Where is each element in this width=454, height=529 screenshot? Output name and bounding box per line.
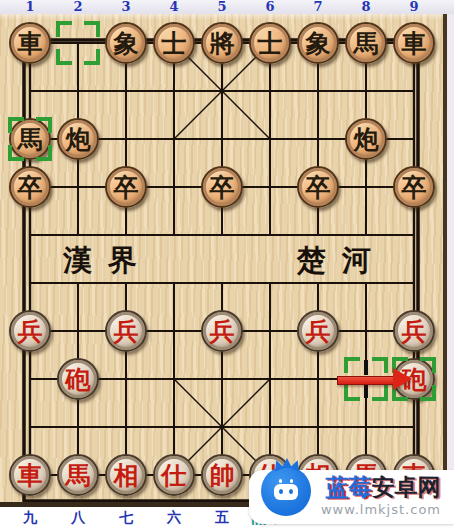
river-label-right: 楚河 (242, 241, 442, 281)
red-piece-相[interactable]: 相 (105, 454, 147, 496)
black-piece-炮[interactable]: 炮 (345, 118, 387, 160)
red-piece-帥[interactable]: 帥 (201, 454, 243, 496)
watermark-site-name: 蓝莓安卓网 (315, 474, 451, 500)
move-arrow (337, 368, 413, 390)
red-piece-砲[interactable]: 砲 (57, 358, 99, 400)
top-file-label: 6 (265, 0, 274, 14)
move-arrow-shaft (337, 376, 396, 385)
red-piece-馬[interactable]: 馬 (57, 454, 99, 496)
black-piece-卒[interactable]: 卒 (201, 166, 243, 208)
red-piece-兵[interactable]: 兵 (393, 310, 435, 352)
black-piece-卒[interactable]: 卒 (393, 166, 435, 208)
river-label-left: 漢界 (8, 241, 208, 281)
top-file-label: 4 (169, 0, 178, 14)
bottom-file-label: 八 (71, 507, 85, 527)
black-piece-士[interactable]: 士 (153, 22, 195, 64)
black-piece-炮[interactable]: 炮 (57, 118, 99, 160)
black-piece-卒[interactable]: 卒 (297, 166, 339, 208)
top-file-label: 2 (73, 0, 82, 14)
black-piece-卒[interactable]: 卒 (105, 166, 147, 208)
watermark-site-name-rest: 安卓网 (372, 474, 441, 500)
black-piece-車[interactable]: 車 (393, 22, 435, 64)
red-piece-仕[interactable]: 仕 (153, 454, 195, 496)
bottom-file-label: 五 (215, 507, 229, 527)
top-file-label: 5 (217, 0, 226, 14)
robot-face-icon (274, 484, 298, 500)
top-file-label: 1 (25, 0, 34, 14)
black-piece-象[interactable]: 象 (105, 22, 147, 64)
watermark-site-name-first: 蓝莓 (326, 474, 372, 500)
xiangqi-board[interactable]: 漢界 楚河 車象士將士象馬車馬炮炮卒卒卒卒卒兵兵兵兵兵砲砲車馬相仕帥仕相馬車 (0, 13, 447, 507)
red-piece-兵[interactable]: 兵 (201, 310, 243, 352)
top-file-label: 3 (121, 0, 130, 14)
top-file-label: 9 (409, 0, 418, 14)
watermark-url: www.lmkjst.com (311, 502, 451, 517)
blueberry-android-logo-icon (261, 466, 311, 516)
black-piece-士[interactable]: 士 (249, 22, 291, 64)
black-piece-車[interactable]: 車 (9, 22, 51, 64)
bottom-file-label: 九 (23, 507, 37, 527)
xiangqi-app-screen: 123456789 漢界 楚河 車象士將士象馬車馬炮炮卒卒卒卒卒兵兵兵兵兵砲砲車… (0, 0, 454, 529)
watermark-card: 蓝莓安卓网 www.lmkjst.com (249, 470, 454, 524)
move-arrow-head (393, 368, 412, 390)
red-piece-兵[interactable]: 兵 (297, 310, 339, 352)
red-piece-兵[interactable]: 兵 (9, 310, 51, 352)
black-piece-馬[interactable]: 馬 (345, 22, 387, 64)
red-piece-車[interactable]: 車 (9, 454, 51, 496)
black-piece-象[interactable]: 象 (297, 22, 339, 64)
red-piece-兵[interactable]: 兵 (105, 310, 147, 352)
top-coordinate-strip: 123456789 (0, 0, 454, 14)
black-piece-將[interactable]: 將 (201, 22, 243, 64)
bottom-file-label: 六 (167, 507, 181, 527)
black-piece-卒[interactable]: 卒 (9, 166, 51, 208)
top-file-label: 7 (313, 0, 322, 14)
black-piece-馬[interactable]: 馬 (9, 118, 51, 160)
top-file-label: 8 (361, 0, 370, 14)
bottom-file-label: 七 (119, 507, 133, 527)
